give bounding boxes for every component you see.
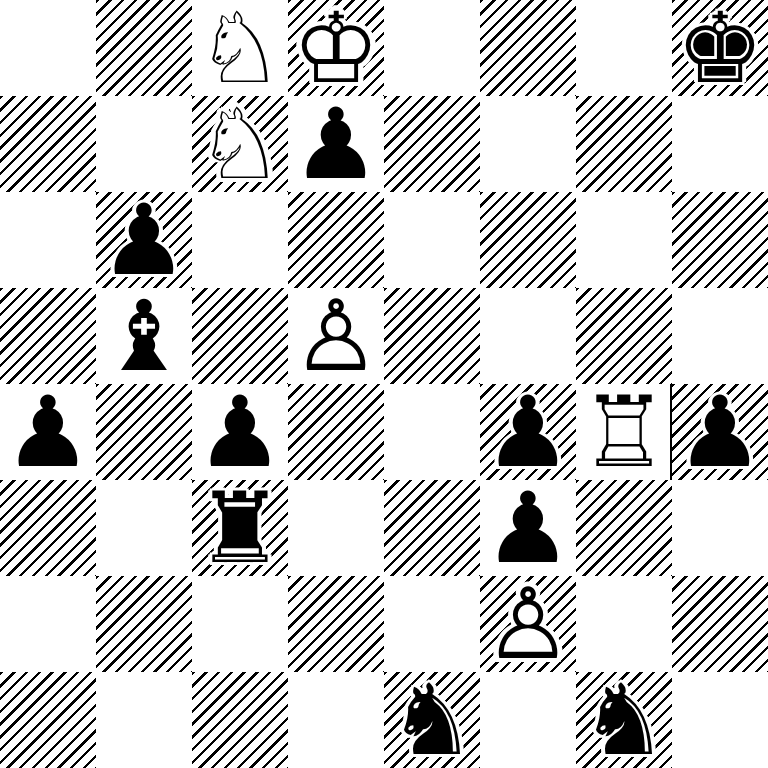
square-g5[interactable] [576,288,672,384]
piece-black-king: ♚ [672,0,768,96]
square-c1[interactable] [192,672,288,768]
square-h2[interactable] [672,576,768,672]
square-d6[interactable] [288,192,384,288]
square-c5[interactable] [192,288,288,384]
piece-black-pawn: ♟ [480,480,576,576]
black-pawn-glyph: ♟ [288,96,384,192]
square-c7[interactable]: ♞♘ [192,96,288,192]
square-a4[interactable]: ♟ [0,384,96,480]
square-a6[interactable] [0,192,96,288]
piece-black-pawn: ♟ [288,96,384,192]
square-b1[interactable] [96,672,192,768]
square-b3[interactable] [96,480,192,576]
square-d4[interactable] [288,384,384,480]
piece-black-rook: ♜ [192,480,288,576]
square-f6[interactable] [480,192,576,288]
square-h1[interactable] [672,672,768,768]
square-e6[interactable] [384,192,480,288]
white-king-outline: ♔ [288,0,384,96]
piece-black-bishop: ♝ [96,288,192,384]
piece-black-pawn: ♟ [192,384,288,480]
piece-black-knight: ♞ [384,672,480,768]
square-h8[interactable]: ♚ [672,0,768,96]
black-pawn-glyph: ♟ [672,384,768,480]
piece-white-rook: ♜♖ [576,384,672,480]
square-f5[interactable] [480,288,576,384]
square-b2[interactable] [96,576,192,672]
piece-black-knight: ♞ [576,672,672,768]
piece-white-king: ♚♔ [288,0,384,96]
black-rook-glyph: ♜ [192,480,288,576]
square-h4[interactable]: ♟ [672,384,768,480]
square-e4[interactable] [384,384,480,480]
square-b6[interactable]: ♟ [96,192,192,288]
square-f8[interactable] [480,0,576,96]
square-a7[interactable] [0,96,96,192]
square-g6[interactable] [576,192,672,288]
square-c4[interactable]: ♟ [192,384,288,480]
white-knight-outline: ♘ [192,96,288,192]
black-knight-glyph: ♞ [576,672,672,768]
chess-board: ♞♘♚♔♚♞♘♟♟♝♟♙♟♟♟♜♖♟♜♟♟♙♞♞ [0,0,768,768]
black-pawn-glyph: ♟ [0,384,96,480]
square-d8[interactable]: ♚♔ [288,0,384,96]
square-g8[interactable] [576,0,672,96]
black-pawn-glyph: ♟ [480,384,576,480]
black-bishop-glyph: ♝ [96,288,192,384]
square-f7[interactable] [480,96,576,192]
square-e3[interactable] [384,480,480,576]
square-g4[interactable]: ♜♖ [576,384,672,480]
square-c3[interactable]: ♜ [192,480,288,576]
black-pawn-glyph: ♟ [192,384,288,480]
black-pawn-glyph: ♟ [96,192,192,288]
square-h5[interactable] [672,288,768,384]
square-e1[interactable]: ♞ [384,672,480,768]
piece-white-pawn: ♟♙ [288,288,384,384]
square-a2[interactable] [0,576,96,672]
square-d1[interactable] [288,672,384,768]
square-f1[interactable] [480,672,576,768]
square-g7[interactable] [576,96,672,192]
piece-black-pawn: ♟ [672,384,768,480]
black-king-glyph: ♚ [672,0,768,96]
square-d2[interactable] [288,576,384,672]
square-d5[interactable]: ♟♙ [288,288,384,384]
white-knight-outline: ♘ [192,0,288,96]
square-g2[interactable] [576,576,672,672]
square-c8[interactable]: ♞♘ [192,0,288,96]
square-h6[interactable] [672,192,768,288]
piece-white-pawn: ♟♙ [480,576,576,672]
piece-black-pawn: ♟ [0,384,96,480]
square-d3[interactable] [288,480,384,576]
piece-black-pawn: ♟ [480,384,576,480]
square-h3[interactable] [672,480,768,576]
square-c6[interactable] [192,192,288,288]
square-b5[interactable]: ♝ [96,288,192,384]
square-e8[interactable] [384,0,480,96]
square-f2[interactable]: ♟♙ [480,576,576,672]
square-c2[interactable] [192,576,288,672]
square-f4[interactable]: ♟ [480,384,576,480]
piece-black-pawn: ♟ [96,192,192,288]
square-e2[interactable] [384,576,480,672]
square-b8[interactable] [96,0,192,96]
square-g3[interactable] [576,480,672,576]
square-a5[interactable] [0,288,96,384]
square-b7[interactable] [96,96,192,192]
piece-white-knight: ♞♘ [192,0,288,96]
square-d7[interactable]: ♟ [288,96,384,192]
square-e7[interactable] [384,96,480,192]
black-knight-glyph: ♞ [384,672,480,768]
square-a3[interactable] [0,480,96,576]
square-e5[interactable] [384,288,480,384]
piece-white-knight: ♞♘ [192,96,288,192]
square-f3[interactable]: ♟ [480,480,576,576]
square-g1[interactable]: ♞ [576,672,672,768]
white-rook-outline: ♖ [576,384,672,480]
white-pawn-outline: ♙ [480,576,576,672]
square-h7[interactable] [672,96,768,192]
square-a1[interactable] [0,672,96,768]
black-pawn-glyph: ♟ [480,480,576,576]
square-b4[interactable] [96,384,192,480]
white-pawn-outline: ♙ [288,288,384,384]
square-a8[interactable] [0,0,96,96]
